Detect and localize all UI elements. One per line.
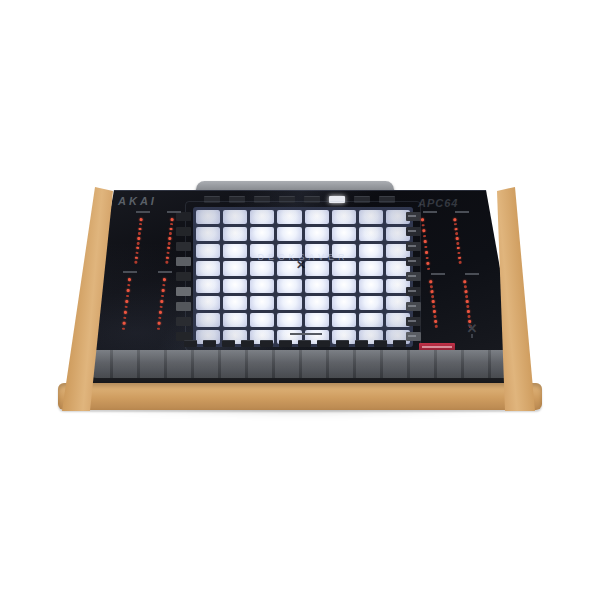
led-dot: [427, 267, 430, 270]
led-dot: [423, 235, 426, 238]
led-dot: [157, 327, 160, 330]
led-dot: [159, 311, 162, 314]
side-button: [176, 287, 191, 296]
transport-button: [241, 340, 254, 347]
strip-label: [158, 271, 172, 273]
led-dot: [166, 251, 169, 254]
transport-button: [184, 340, 197, 347]
decksaver-x-glyph: ✕: [467, 321, 478, 336]
side-button-label: [408, 335, 416, 337]
pad: [196, 279, 220, 293]
led-dot: [467, 315, 470, 318]
led-dot: [433, 315, 436, 318]
pad: [305, 261, 329, 275]
led-dot: [424, 240, 427, 243]
led-dot: [459, 261, 462, 264]
led-dot: [430, 290, 433, 293]
side-button: [406, 272, 421, 281]
pad: [332, 210, 356, 224]
led-dot: [162, 283, 165, 286]
pad: [277, 296, 301, 310]
led-dot: [138, 228, 141, 231]
led-dot: [434, 320, 437, 323]
transport-button: [203, 340, 216, 347]
pad: [223, 261, 247, 275]
led-dot: [457, 247, 460, 250]
led-dot: [136, 247, 139, 250]
cover-top-edge: [84, 190, 516, 191]
led-dot: [457, 252, 460, 255]
pad: [359, 261, 383, 275]
pad: [196, 261, 220, 275]
pad: [250, 313, 274, 327]
side-button-label: [408, 305, 416, 307]
pad: [223, 210, 247, 224]
pad: [332, 261, 356, 275]
right-button-column: [406, 212, 421, 341]
pad: [277, 279, 301, 293]
pad: [223, 279, 247, 293]
transport-button: [317, 340, 330, 347]
side-button: [406, 227, 421, 236]
led-dot: [422, 229, 425, 232]
led-dot: [435, 325, 438, 328]
transport-button: [393, 340, 406, 347]
led-dot: [135, 251, 138, 254]
transport-button: [279, 340, 292, 347]
side-button-label: [408, 320, 416, 322]
strip-label: [465, 273, 479, 275]
strip-label: [123, 271, 137, 273]
pad: [359, 296, 383, 310]
side-button: [406, 242, 421, 251]
led-dot: [140, 218, 143, 221]
transport-button: [222, 340, 235, 347]
led-dot: [458, 256, 461, 259]
led-dot: [158, 316, 161, 319]
side-button: [176, 212, 191, 221]
decksaver-logo-icon: ✕: [296, 258, 306, 272]
led-dot: [421, 218, 424, 221]
led-dot: [122, 327, 125, 330]
led-dot: [167, 247, 170, 250]
decksaver-corner-logo-icon: ✕: [465, 322, 479, 338]
led-dot: [124, 311, 127, 314]
led-dot: [168, 242, 171, 245]
apc64-logo: APC64: [418, 197, 458, 209]
strip-label: [136, 211, 150, 213]
pad: [223, 313, 247, 327]
pad: [305, 296, 329, 310]
led-dot: [453, 218, 456, 221]
strip-label: [423, 211, 437, 213]
pad: [250, 227, 274, 241]
side-button: [406, 287, 421, 296]
led-dot: [454, 228, 457, 231]
led-dot: [454, 223, 457, 226]
transport-button: [260, 340, 273, 347]
led-dot: [128, 278, 131, 281]
pad: [223, 296, 247, 310]
pad: [305, 227, 329, 241]
led-dot: [127, 289, 130, 292]
led-dot: [467, 310, 470, 313]
side-button: [406, 317, 421, 326]
led-dot: [422, 224, 425, 227]
pad: [223, 227, 247, 241]
pad: [196, 296, 220, 310]
led-dot: [158, 322, 161, 325]
product-photo-stage: AKAI APC64 DECKSAVER ✕ ✕: [0, 0, 600, 600]
side-button-label: [408, 275, 416, 277]
transport-button: [298, 340, 311, 347]
bottom-print: [290, 333, 322, 335]
led-dot: [161, 294, 164, 297]
led-dot: [168, 237, 171, 240]
transport-button: [355, 340, 368, 347]
led-dot: [123, 316, 126, 319]
pad: [196, 313, 220, 327]
side-button-label: [408, 260, 416, 262]
led-dot: [169, 228, 172, 231]
transport-button-row: [184, 340, 416, 347]
led-dot: [126, 294, 129, 297]
pad: [332, 227, 356, 241]
led-dot: [162, 289, 165, 292]
strip-label: [167, 211, 181, 213]
led-dot: [463, 280, 466, 283]
pad: [196, 210, 220, 224]
side-button: [406, 257, 421, 266]
pad-grid: [193, 207, 413, 347]
pad: [359, 313, 383, 327]
led-dot: [456, 242, 459, 245]
led-dot: [163, 278, 166, 281]
led-dot: [464, 285, 467, 288]
pad: [196, 227, 220, 241]
led-dot: [466, 300, 469, 303]
led-dot: [171, 218, 174, 221]
led-dot: [433, 310, 436, 313]
led-dot: [138, 232, 141, 235]
side-button: [176, 317, 191, 326]
led-dot: [137, 237, 140, 240]
led-dot: [134, 261, 137, 264]
led-dot: [426, 256, 429, 259]
led-dot: [431, 295, 434, 298]
akai-logo: AKAI: [118, 195, 157, 207]
strip-label: [455, 211, 469, 213]
side-button: [176, 242, 191, 251]
led-dot: [160, 305, 163, 308]
side-button: [406, 302, 421, 311]
pad: [250, 261, 274, 275]
led-dot: [125, 300, 128, 303]
led-dot: [123, 322, 126, 325]
led-dot: [464, 290, 467, 293]
device-face: AKAI APC64 DECKSAVER ✕ ✕: [84, 190, 516, 358]
led-dot: [139, 223, 142, 226]
led-dot: [466, 305, 469, 308]
left-button-column: [176, 212, 191, 341]
pad: [250, 296, 274, 310]
side-button: [176, 302, 191, 311]
pad: [277, 210, 301, 224]
led-dot: [432, 305, 435, 308]
led-dot: [160, 300, 163, 303]
pad: [305, 279, 329, 293]
side-button-label: [408, 245, 416, 247]
pad: [332, 313, 356, 327]
led-dot: [424, 245, 427, 248]
transport-button: [336, 340, 349, 347]
pad: [277, 227, 301, 241]
led-dot: [125, 305, 128, 308]
pad: [359, 227, 383, 241]
pad: [305, 313, 329, 327]
led-dot: [425, 251, 428, 254]
led-dot: [455, 232, 458, 235]
led-dot: [430, 285, 433, 288]
led-dot: [429, 280, 432, 283]
led-dot: [135, 256, 138, 259]
pad: [332, 296, 356, 310]
pad: [359, 279, 383, 293]
side-button: [176, 227, 191, 236]
side-button: [176, 257, 191, 266]
led-dot: [170, 223, 173, 226]
pad: [250, 279, 274, 293]
pad: [250, 210, 274, 224]
stand-front-rail: [58, 383, 542, 410]
led-dot: [165, 261, 168, 264]
pad: [332, 279, 356, 293]
cover-front-lip: [86, 350, 514, 378]
led-dot: [137, 242, 140, 245]
pad: [359, 210, 383, 224]
side-button-label: [408, 290, 416, 292]
side-button-label: [408, 215, 416, 217]
transport-button: [374, 340, 387, 347]
side-button: [176, 272, 191, 281]
pad: [305, 210, 329, 224]
led-dot: [456, 237, 459, 240]
led-dot: [169, 232, 172, 235]
led-dot: [166, 256, 169, 259]
side-button: [406, 212, 421, 221]
led-dot: [426, 262, 429, 265]
strip-label: [431, 273, 445, 275]
led-dot: [127, 283, 130, 286]
led-dot: [465, 295, 468, 298]
side-button-label: [408, 230, 416, 232]
pad: [277, 313, 301, 327]
led-dot: [432, 300, 435, 303]
